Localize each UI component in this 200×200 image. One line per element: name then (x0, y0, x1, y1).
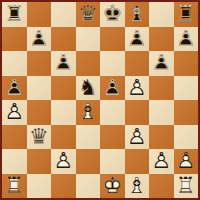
square-g2[interactable]: ♟♙ (149, 149, 174, 174)
piece-black-king: ♚ (100, 2, 125, 27)
square-h8[interactable]: ♜♖ (174, 2, 199, 27)
piece-black-king-detail: ♔ (100, 2, 125, 27)
piece-white-pawn: ♟ (2, 100, 27, 125)
square-b1[interactable] (27, 174, 52, 199)
piece-black-pawn-detail: ♙ (100, 76, 125, 101)
square-g8[interactable] (149, 2, 174, 27)
square-b6[interactable] (27, 51, 52, 76)
square-d7[interactable] (76, 27, 101, 52)
piece-white-pawn: ♟ (125, 125, 150, 150)
piece-white-rook: ♜ (174, 174, 199, 199)
piece-white-pawn-detail: ♙ (125, 76, 150, 101)
piece-black-pawn: ♟ (149, 51, 174, 76)
square-f4[interactable] (125, 100, 150, 125)
piece-white-pawn-detail: ♙ (149, 149, 174, 174)
piece-white-bishop-detail: ♗ (76, 100, 101, 125)
piece-white-pawn-detail: ♙ (125, 125, 150, 150)
piece-black-bishop: ♝ (125, 2, 150, 27)
square-f8[interactable]: ♝♗ (125, 2, 150, 27)
square-a7[interactable] (2, 27, 27, 52)
piece-white-rook: ♜ (2, 174, 27, 199)
square-e6[interactable] (100, 51, 125, 76)
piece-black-knight: ♞ (76, 76, 101, 101)
square-d1[interactable] (76, 174, 101, 199)
piece-black-pawn: ♟ (27, 27, 52, 52)
piece-white-rook-detail: ♖ (2, 174, 27, 199)
square-c3[interactable] (51, 125, 76, 150)
square-d5[interactable]: ♞♘ (76, 76, 101, 101)
square-f2[interactable] (125, 149, 150, 174)
square-d4[interactable]: ♝♗ (76, 100, 101, 125)
piece-black-rook-detail: ♖ (174, 2, 199, 27)
square-c6[interactable]: ♟♙ (51, 51, 76, 76)
piece-white-pawn-detail: ♙ (2, 100, 27, 125)
square-b3[interactable]: ♛♕ (27, 125, 52, 150)
square-c8[interactable] (51, 2, 76, 27)
square-f1[interactable]: ♝♗ (125, 174, 150, 199)
square-b5[interactable] (27, 76, 52, 101)
piece-black-pawn-detail: ♙ (125, 27, 150, 52)
piece-white-rook-detail: ♖ (174, 174, 199, 199)
square-h6[interactable] (174, 51, 199, 76)
piece-white-bishop: ♝ (76, 100, 101, 125)
square-c4[interactable] (51, 100, 76, 125)
square-b7[interactable]: ♟♙ (27, 27, 52, 52)
square-d2[interactable] (76, 149, 101, 174)
square-e1[interactable]: ♚♔ (100, 174, 125, 199)
square-h5[interactable] (174, 76, 199, 101)
square-h3[interactable] (174, 125, 199, 150)
piece-black-pawn-detail: ♙ (174, 27, 199, 52)
square-d3[interactable] (76, 125, 101, 150)
piece-black-knight-detail: ♘ (76, 76, 101, 101)
square-g7[interactable] (149, 27, 174, 52)
square-d6[interactable] (76, 51, 101, 76)
square-c5[interactable] (51, 76, 76, 101)
piece-white-pawn-detail: ♙ (174, 149, 199, 174)
piece-black-pawn: ♟ (51, 51, 76, 76)
piece-black-queen-detail: ♕ (27, 125, 52, 150)
piece-black-pawn-detail: ♙ (149, 51, 174, 76)
square-a3[interactable] (2, 125, 27, 150)
square-h2[interactable]: ♟♙ (174, 149, 199, 174)
piece-black-queen: ♛ (76, 2, 101, 27)
chess-board-grid: ♜♖♛♕♚♔♝♗♜♖♟♙♟♙♟♙♟♙♟♙♟♙♞♘♟♙♟♙♟♙♝♗♛♕♟♙♟♙♟♙… (2, 2, 198, 198)
chess-board: ♜♖♛♕♚♔♝♗♜♖♟♙♟♙♟♙♟♙♟♙♟♙♞♘♟♙♟♙♟♙♝♗♛♕♟♙♟♙♟♙… (0, 0, 200, 200)
square-c2[interactable]: ♟♙ (51, 149, 76, 174)
piece-black-pawn: ♟ (174, 27, 199, 52)
square-g4[interactable] (149, 100, 174, 125)
square-f6[interactable] (125, 51, 150, 76)
piece-black-pawn: ♟ (100, 76, 125, 101)
piece-white-bishop: ♝ (125, 174, 150, 199)
piece-white-pawn: ♟ (51, 149, 76, 174)
square-g1[interactable] (149, 174, 174, 199)
piece-black-rook: ♜ (2, 2, 27, 27)
square-a6[interactable] (2, 51, 27, 76)
square-e5[interactable]: ♟♙ (100, 76, 125, 101)
square-f7[interactable]: ♟♙ (125, 27, 150, 52)
square-e2[interactable] (100, 149, 125, 174)
piece-white-king: ♚ (100, 174, 125, 199)
piece-white-king-detail: ♔ (100, 174, 125, 199)
square-f3[interactable]: ♟♙ (125, 125, 150, 150)
piece-white-pawn: ♟ (149, 149, 174, 174)
square-d8[interactable]: ♛♕ (76, 2, 101, 27)
piece-black-queen-detail: ♕ (76, 2, 101, 27)
piece-black-pawn: ♟ (125, 27, 150, 52)
square-f5[interactable]: ♟♙ (125, 76, 150, 101)
piece-black-pawn-detail: ♙ (51, 51, 76, 76)
square-e8[interactable]: ♚♔ (100, 2, 125, 27)
piece-white-pawn-detail: ♙ (51, 149, 76, 174)
square-e7[interactable] (100, 27, 125, 52)
square-a4[interactable]: ♟♙ (2, 100, 27, 125)
square-g5[interactable] (149, 76, 174, 101)
piece-black-rook: ♜ (174, 2, 199, 27)
piece-white-pawn: ♟ (125, 76, 150, 101)
piece-black-pawn-detail: ♙ (27, 27, 52, 52)
square-a1[interactable]: ♜♖ (2, 174, 27, 199)
square-h7[interactable]: ♟♙ (174, 27, 199, 52)
piece-black-pawn: ♟ (2, 76, 27, 101)
square-b2[interactable] (27, 149, 52, 174)
square-g6[interactable]: ♟♙ (149, 51, 174, 76)
square-b8[interactable] (27, 2, 52, 27)
square-c7[interactable] (51, 27, 76, 52)
square-a5[interactable]: ♟♙ (2, 76, 27, 101)
piece-black-queen: ♛ (27, 125, 52, 150)
square-g3[interactable] (149, 125, 174, 150)
square-h4[interactable] (174, 100, 199, 125)
square-a8[interactable]: ♜♖ (2, 2, 27, 27)
piece-black-pawn-detail: ♙ (2, 76, 27, 101)
square-h1[interactable]: ♜♖ (174, 174, 199, 199)
square-c1[interactable] (51, 174, 76, 199)
piece-black-bishop-detail: ♗ (125, 2, 150, 27)
square-a2[interactable] (2, 149, 27, 174)
piece-black-rook-detail: ♖ (2, 2, 27, 27)
piece-white-bishop-detail: ♗ (125, 174, 150, 199)
square-e3[interactable] (100, 125, 125, 150)
square-b4[interactable] (27, 100, 52, 125)
square-e4[interactable] (100, 100, 125, 125)
piece-white-pawn: ♟ (174, 149, 199, 174)
